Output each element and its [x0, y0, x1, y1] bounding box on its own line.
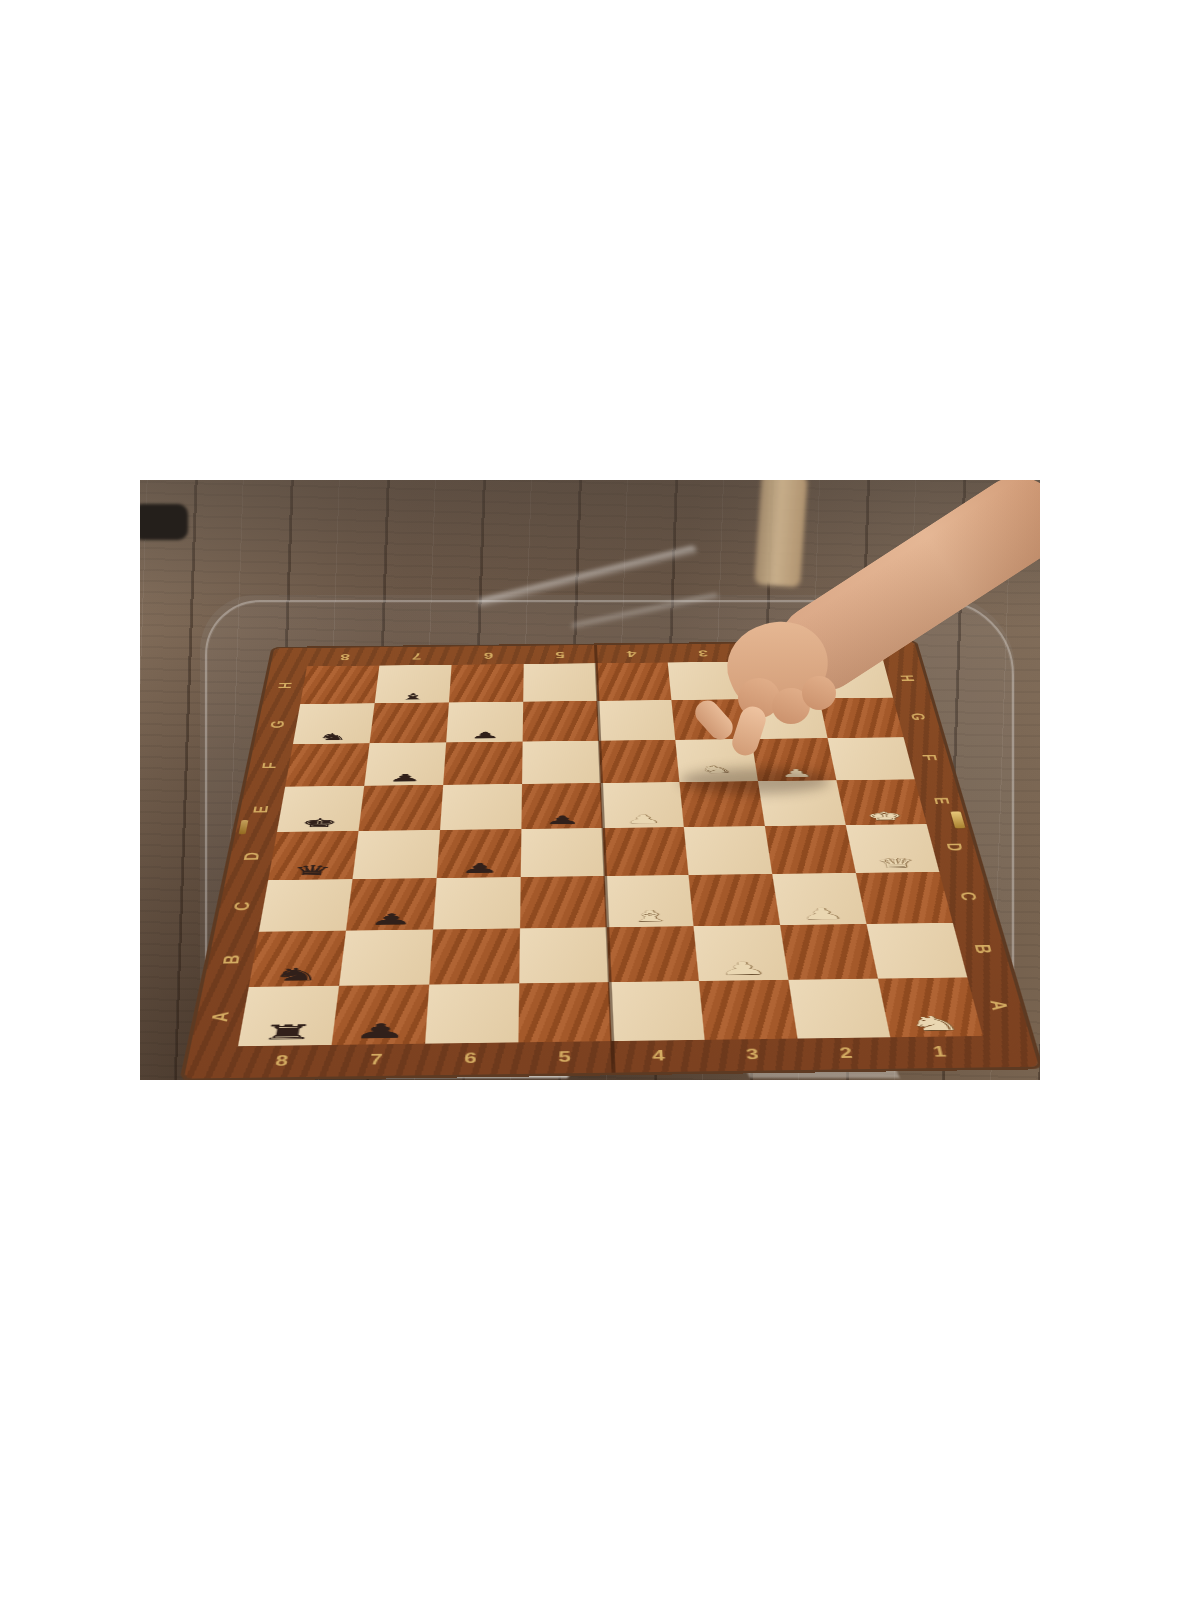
- square-b2: [780, 924, 878, 980]
- coordinate-label: 3: [705, 1042, 802, 1068]
- chessboard-perspective-wrap: 87654321 87654321 HGFEDCBA HGFEDCBA ♝♞♟♟…: [240, 645, 950, 1005]
- square-a3: [699, 980, 798, 1040]
- coordinate-label: 1: [891, 1039, 990, 1065]
- square-b3: ♟: [694, 925, 789, 981]
- dark-object: [140, 504, 188, 540]
- square-h8: [300, 666, 379, 705]
- coordinate-label: 8: [307, 649, 381, 664]
- piece-bN-b8: ♞: [269, 965, 321, 983]
- square-g5: [523, 701, 599, 742]
- piece-wP-b3: ♟: [717, 960, 769, 978]
- square-d7: [352, 830, 440, 879]
- square-d5: [521, 828, 605, 877]
- square-c2: ♟: [772, 873, 866, 925]
- square-f4: [599, 740, 679, 783]
- piece-bN-g8: ♞: [316, 732, 348, 742]
- square-a7: ♟: [332, 985, 430, 1045]
- coordinate-label: 7: [380, 648, 453, 663]
- square-c8: [259, 879, 353, 932]
- piece-bP-g6: ♟: [469, 730, 500, 740]
- square-f5: [522, 741, 601, 784]
- square-d2: [765, 825, 856, 874]
- square-a5: [518, 982, 611, 1042]
- coordinate-label: 8: [233, 1048, 331, 1074]
- piece-bP-c7: ♟: [367, 912, 413, 928]
- square-b8: ♞: [249, 931, 346, 987]
- piece-bQ-d8: ♛: [291, 863, 333, 877]
- square-a8: ♜: [238, 986, 339, 1046]
- square-d6: ♟: [437, 829, 522, 878]
- coordinate-label: 7: [328, 1047, 425, 1073]
- square-h7: ♝: [375, 665, 452, 703]
- coordinate-label: 6: [452, 648, 524, 663]
- coordinate-label: 5: [518, 1045, 613, 1071]
- square-g6: ♟: [446, 702, 523, 743]
- square-f7: ♟: [364, 742, 446, 785]
- square-e5: ♟: [521, 783, 602, 829]
- square-d1: ♛: [846, 824, 940, 873]
- square-e6: [440, 784, 522, 830]
- piece-wK-e1: ♚: [865, 810, 904, 822]
- hand-shadow: [680, 768, 830, 794]
- square-c7: ♟: [346, 878, 437, 931]
- square-e4: ♟: [601, 782, 684, 828]
- piece-wB-c4: ♝: [627, 908, 673, 924]
- square-c6: [433, 877, 521, 929]
- square-e8: ♚: [277, 786, 364, 832]
- square-h6: [449, 664, 524, 702]
- square-a2: [788, 979, 890, 1039]
- square-h5: [523, 663, 597, 701]
- square-f8: [285, 743, 369, 786]
- coordinate-label: 4: [612, 1043, 708, 1069]
- piece-bP-d6: ♟: [459, 861, 500, 875]
- square-g7: [370, 702, 449, 743]
- square-c1: [856, 872, 953, 924]
- square-d4: [603, 827, 689, 876]
- piece-wQ-d1: ♛: [874, 856, 917, 870]
- square-d8: ♛: [268, 831, 358, 880]
- square-a1: ♞: [878, 977, 983, 1037]
- square-b4: [607, 926, 699, 982]
- photo: 87654321 87654321 HGFEDCBA HGFEDCBA ♝♞♟♟…: [140, 480, 1040, 1080]
- finger: [802, 676, 836, 710]
- square-g8: ♞: [293, 703, 375, 744]
- chessboard: 87654321 87654321 HGFEDCBA HGFEDCBA ♝♞♟♟…: [184, 642, 1039, 1079]
- coordinate-label: 5: [524, 647, 596, 662]
- square-c3: [689, 874, 781, 926]
- square-b5: [519, 927, 609, 983]
- square-f6: [443, 742, 522, 785]
- piece-wN-a1: ♞: [904, 1013, 963, 1034]
- square-c4: ♝: [605, 875, 694, 927]
- square-g4: [597, 700, 675, 741]
- square-h4: [596, 662, 672, 700]
- square-d3: [684, 826, 772, 875]
- square-b6: [429, 928, 520, 984]
- square-e7: [359, 785, 444, 831]
- square-f1: [828, 737, 915, 780]
- piece-bP-a7: ♟: [351, 1021, 408, 1042]
- piece-bP-e5: ♟: [544, 814, 581, 826]
- piece-bB-h7: ♝: [398, 692, 427, 700]
- coordinate-label: 6: [423, 1046, 518, 1072]
- piece-bP-f7: ♟: [387, 772, 422, 783]
- square-b7: [339, 929, 433, 985]
- square-e1: ♚: [836, 779, 926, 825]
- table-leg: [754, 480, 808, 587]
- piece-wP-e4: ♟: [624, 813, 661, 825]
- square-b1: [867, 923, 968, 979]
- piece-bR-a8: ♜: [258, 1022, 316, 1043]
- coordinate-label: 4: [595, 646, 667, 661]
- piece-wP-c2: ♟: [798, 906, 845, 922]
- square-a4: [609, 981, 705, 1041]
- coordinate-label: 2: [798, 1041, 896, 1067]
- square-c5: [520, 876, 607, 928]
- piece-bK-e8: ♚: [300, 817, 339, 829]
- square-a6: [425, 983, 519, 1043]
